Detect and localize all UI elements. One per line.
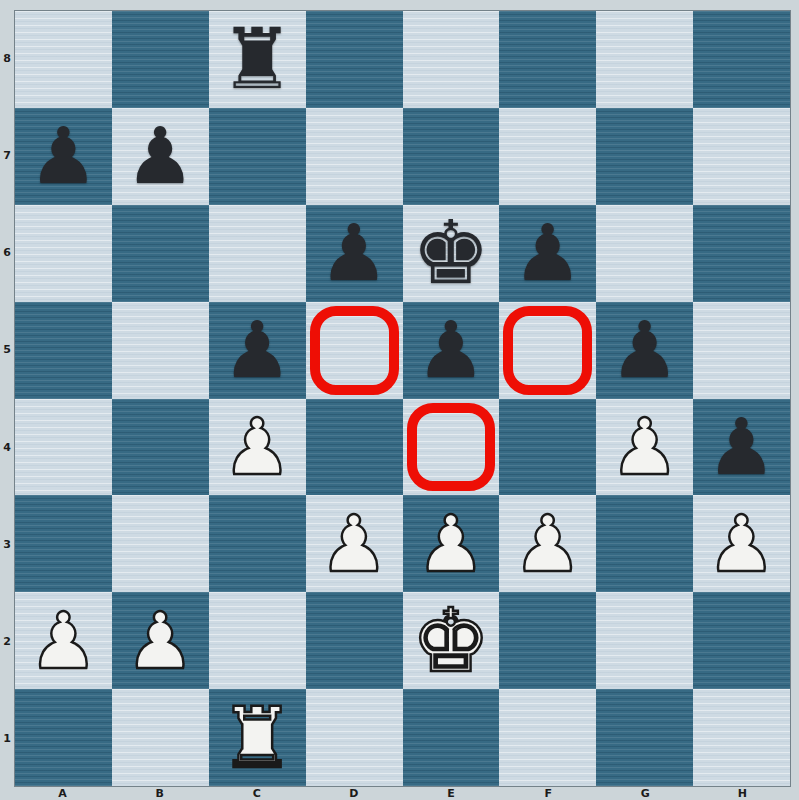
file-label-c: C — [208, 787, 305, 800]
black-pawn-h4[interactable]: ♟ — [707, 408, 777, 486]
square-b6[interactable] — [112, 205, 209, 302]
square-a2[interactable]: ♟ — [15, 592, 112, 689]
square-a4[interactable] — [15, 399, 112, 496]
square-g7[interactable] — [596, 108, 693, 205]
square-c7[interactable] — [209, 108, 306, 205]
square-d2[interactable] — [306, 592, 403, 689]
white-pawn-b2[interactable]: ♟ — [125, 602, 195, 680]
square-d7[interactable] — [306, 108, 403, 205]
square-d3[interactable]: ♟ — [306, 495, 403, 592]
highlight-ring-f5 — [503, 306, 592, 395]
square-c3[interactable] — [209, 495, 306, 592]
square-h8[interactable] — [693, 11, 790, 108]
rank-label-8: 8 — [0, 10, 14, 107]
rank-label-4: 4 — [0, 399, 14, 496]
rank-label-3: 3 — [0, 496, 14, 593]
square-g8[interactable] — [596, 11, 693, 108]
square-g4[interactable]: ♟ — [596, 399, 693, 496]
square-c2[interactable] — [209, 592, 306, 689]
black-pawn-d6[interactable]: ♟ — [319, 214, 389, 292]
rank-label-1: 1 — [0, 690, 14, 787]
square-b5[interactable] — [112, 302, 209, 399]
square-d5[interactable] — [306, 302, 403, 399]
square-c8[interactable]: ♜ — [209, 11, 306, 108]
square-g5[interactable]: ♟ — [596, 302, 693, 399]
white-pawn-f3[interactable]: ♟ — [513, 505, 583, 583]
square-g1[interactable] — [596, 689, 693, 786]
highlight-ring-e4 — [407, 403, 496, 492]
black-pawn-c5[interactable]: ♟ — [222, 311, 292, 389]
file-label-f: F — [500, 787, 597, 800]
square-a8[interactable] — [15, 11, 112, 108]
square-b8[interactable] — [112, 11, 209, 108]
square-h4[interactable]: ♟ — [693, 399, 790, 496]
black-pawn-a7[interactable]: ♟ — [28, 117, 98, 195]
square-h2[interactable] — [693, 592, 790, 689]
file-label-d: D — [305, 787, 402, 800]
square-g3[interactable] — [596, 495, 693, 592]
square-f6[interactable]: ♟ — [499, 205, 596, 302]
square-c4[interactable]: ♟ — [209, 399, 306, 496]
square-a3[interactable] — [15, 495, 112, 592]
black-pawn-b7[interactable]: ♟ — [125, 117, 195, 195]
square-f1[interactable] — [499, 689, 596, 786]
square-h7[interactable] — [693, 108, 790, 205]
square-b7[interactable]: ♟ — [112, 108, 209, 205]
square-f3[interactable]: ♟ — [499, 495, 596, 592]
highlight-ring-d5 — [310, 306, 399, 395]
chess-board[interactable]: ♜♟♟♟♚♟♟♟♟♟♟♟♟♟♟♟♟♟♚♜ — [14, 10, 791, 787]
square-e8[interactable] — [403, 11, 500, 108]
square-a6[interactable] — [15, 205, 112, 302]
square-h5[interactable] — [693, 302, 790, 399]
square-c1[interactable]: ♜ — [209, 689, 306, 786]
square-e5[interactable]: ♟ — [403, 302, 500, 399]
black-pawn-f6[interactable]: ♟ — [513, 214, 583, 292]
square-h6[interactable] — [693, 205, 790, 302]
rank-label-7: 7 — [0, 107, 14, 204]
square-e2[interactable]: ♚ — [403, 592, 500, 689]
square-b4[interactable] — [112, 399, 209, 496]
square-c5[interactable]: ♟ — [209, 302, 306, 399]
square-d6[interactable]: ♟ — [306, 205, 403, 302]
square-g2[interactable] — [596, 592, 693, 689]
square-e7[interactable] — [403, 108, 500, 205]
white-king-e2[interactable]: ♚ — [411, 597, 490, 685]
square-a7[interactable]: ♟ — [15, 108, 112, 205]
file-labels: ABCDEFGH — [14, 787, 791, 800]
square-f2[interactable] — [499, 592, 596, 689]
white-pawn-c4[interactable]: ♟ — [222, 408, 292, 486]
square-b3[interactable] — [112, 495, 209, 592]
file-label-b: B — [111, 787, 208, 800]
square-f4[interactable] — [499, 399, 596, 496]
white-pawn-g4[interactable]: ♟ — [610, 408, 680, 486]
white-pawn-e3[interactable]: ♟ — [416, 505, 486, 583]
square-a5[interactable] — [15, 302, 112, 399]
square-d1[interactable] — [306, 689, 403, 786]
black-pawn-g5[interactable]: ♟ — [610, 311, 680, 389]
square-e3[interactable]: ♟ — [403, 495, 500, 592]
file-label-h: H — [694, 787, 791, 800]
square-b1[interactable] — [112, 689, 209, 786]
black-pawn-e5[interactable]: ♟ — [416, 311, 486, 389]
file-label-e: E — [403, 787, 500, 800]
black-rook-c8[interactable]: ♜ — [220, 17, 295, 101]
square-c6[interactable] — [209, 205, 306, 302]
chess-app-frame: 87654321 ♜♟♟♟♚♟♟♟♟♟♟♟♟♟♟♟♟♟♚♜ ABCDEFGH — [0, 0, 799, 800]
white-pawn-d3[interactable]: ♟ — [319, 505, 389, 583]
white-pawn-h3[interactable]: ♟ — [707, 505, 777, 583]
square-f8[interactable] — [499, 11, 596, 108]
rank-labels: 87654321 — [0, 10, 14, 787]
square-e6[interactable]: ♚ — [403, 205, 500, 302]
square-f5[interactable] — [499, 302, 596, 399]
square-a1[interactable] — [15, 689, 112, 786]
square-g6[interactable] — [596, 205, 693, 302]
file-label-g: G — [597, 787, 694, 800]
white-rook-c1[interactable]: ♜ — [220, 696, 295, 780]
square-d8[interactable] — [306, 11, 403, 108]
square-d4[interactable] — [306, 399, 403, 496]
square-b2[interactable]: ♟ — [112, 592, 209, 689]
square-h1[interactable] — [693, 689, 790, 786]
square-e1[interactable] — [403, 689, 500, 786]
square-h3[interactable]: ♟ — [693, 495, 790, 592]
rank-label-2: 2 — [0, 593, 14, 690]
square-f7[interactable] — [499, 108, 596, 205]
square-e4[interactable] — [403, 399, 500, 496]
rank-label-5: 5 — [0, 301, 14, 398]
file-label-a: A — [14, 787, 111, 800]
rank-label-6: 6 — [0, 204, 14, 301]
white-pawn-a2[interactable]: ♟ — [28, 602, 98, 680]
black-king-e6[interactable]: ♚ — [411, 209, 490, 297]
